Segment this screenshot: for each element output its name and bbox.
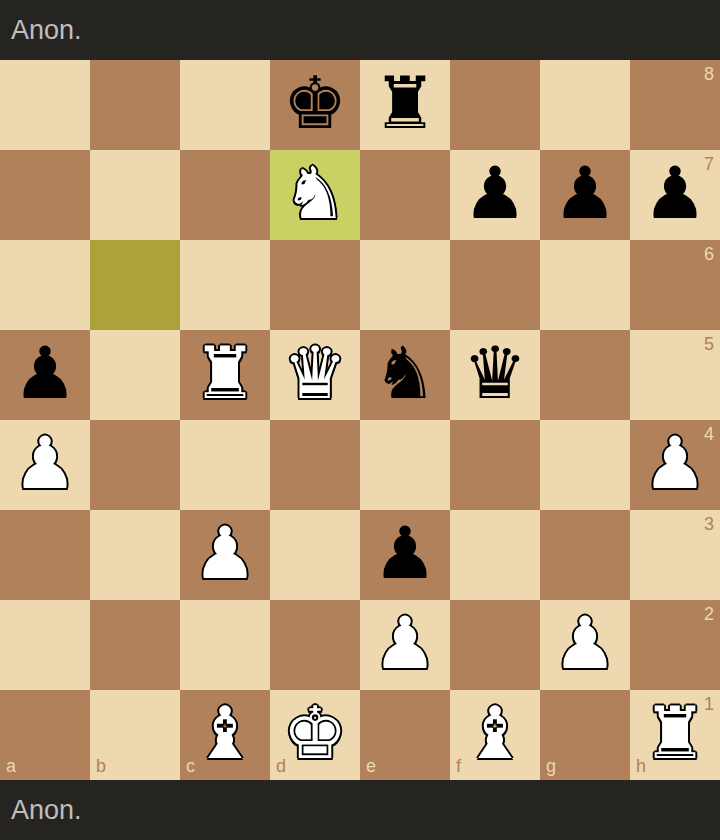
file-label-e: e	[366, 756, 376, 777]
square-f8[interactable]	[450, 60, 540, 150]
square-d1[interactable]: ♚d	[270, 690, 360, 780]
rank-label-2: 2	[704, 604, 714, 625]
square-e1[interactable]: e	[360, 690, 450, 780]
square-f2[interactable]	[450, 600, 540, 690]
square-e2[interactable]: ♟	[360, 600, 450, 690]
square-g2[interactable]: ♟	[540, 600, 630, 690]
square-h3[interactable]: 3	[630, 510, 720, 600]
square-c5[interactable]: ♜	[180, 330, 270, 420]
top-player-bar: Anon.	[0, 0, 720, 60]
piece-white-pawn[interactable]: ♟	[180, 510, 270, 600]
square-e4[interactable]	[360, 420, 450, 510]
square-a6[interactable]	[0, 240, 90, 330]
square-h1[interactable]: ♜1h	[630, 690, 720, 780]
square-f3[interactable]	[450, 510, 540, 600]
piece-black-pawn[interactable]: ♟	[540, 150, 630, 240]
square-b2[interactable]	[90, 600, 180, 690]
file-label-a: a	[6, 756, 16, 777]
square-d2[interactable]	[270, 600, 360, 690]
square-d8[interactable]: ♚	[270, 60, 360, 150]
square-f7[interactable]: ♟	[450, 150, 540, 240]
rank-label-3: 3	[704, 514, 714, 535]
piece-black-knight[interactable]: ♞	[360, 330, 450, 420]
square-f6[interactable]	[450, 240, 540, 330]
square-h8[interactable]: 8	[630, 60, 720, 150]
square-d4[interactable]	[270, 420, 360, 510]
square-h2[interactable]: 2	[630, 600, 720, 690]
square-b3[interactable]	[90, 510, 180, 600]
square-c6[interactable]	[180, 240, 270, 330]
piece-white-rook[interactable]: ♜	[630, 690, 720, 780]
piece-white-bishop[interactable]: ♝	[180, 690, 270, 780]
square-f5[interactable]: ♛	[450, 330, 540, 420]
bottom-player-bar: Anon.	[0, 780, 720, 840]
square-e6[interactable]	[360, 240, 450, 330]
square-b6[interactable]	[90, 240, 180, 330]
square-h4[interactable]: ♟4	[630, 420, 720, 510]
square-g5[interactable]	[540, 330, 630, 420]
square-g3[interactable]	[540, 510, 630, 600]
top-player-name: Anon.	[11, 17, 82, 44]
square-f1[interactable]: ♝f	[450, 690, 540, 780]
square-c2[interactable]	[180, 600, 270, 690]
piece-white-bishop[interactable]: ♝	[450, 690, 540, 780]
square-h7[interactable]: ♟7	[630, 150, 720, 240]
piece-white-pawn[interactable]: ♟	[630, 420, 720, 510]
square-e7[interactable]	[360, 150, 450, 240]
square-a1[interactable]: a	[0, 690, 90, 780]
file-label-b: b	[96, 756, 106, 777]
piece-white-queen[interactable]: ♛	[270, 330, 360, 420]
bottom-player-name: Anon.	[11, 797, 82, 824]
square-c7[interactable]	[180, 150, 270, 240]
piece-black-pawn[interactable]: ♟	[630, 150, 720, 240]
square-g6[interactable]	[540, 240, 630, 330]
square-b8[interactable]	[90, 60, 180, 150]
square-a7[interactable]	[0, 150, 90, 240]
piece-black-pawn[interactable]: ♟	[450, 150, 540, 240]
square-d7[interactable]: ♞	[270, 150, 360, 240]
square-b5[interactable]	[90, 330, 180, 420]
square-c3[interactable]: ♟	[180, 510, 270, 600]
piece-black-pawn[interactable]: ♟	[0, 330, 90, 420]
square-a3[interactable]	[0, 510, 90, 600]
piece-black-pawn[interactable]: ♟	[360, 510, 450, 600]
piece-white-king[interactable]: ♚	[270, 690, 360, 780]
square-b4[interactable]	[90, 420, 180, 510]
piece-white-rook[interactable]: ♜	[180, 330, 270, 420]
square-d6[interactable]	[270, 240, 360, 330]
piece-black-king[interactable]: ♚	[270, 60, 360, 150]
square-h6[interactable]: 6	[630, 240, 720, 330]
piece-black-queen[interactable]: ♛	[450, 330, 540, 420]
square-a5[interactable]: ♟	[0, 330, 90, 420]
square-c1[interactable]: ♝c	[180, 690, 270, 780]
square-g4[interactable]	[540, 420, 630, 510]
square-f4[interactable]	[450, 420, 540, 510]
rank-label-6: 6	[704, 244, 714, 265]
rank-label-5: 5	[704, 334, 714, 355]
piece-white-knight[interactable]: ♞	[270, 150, 360, 240]
square-d5[interactable]: ♛	[270, 330, 360, 420]
square-e5[interactable]: ♞	[360, 330, 450, 420]
square-b1[interactable]: b	[90, 690, 180, 780]
square-d3[interactable]	[270, 510, 360, 600]
square-h5[interactable]: 5	[630, 330, 720, 420]
piece-white-pawn[interactable]: ♟	[360, 600, 450, 690]
square-g7[interactable]: ♟	[540, 150, 630, 240]
rank-label-8: 8	[704, 64, 714, 85]
square-a8[interactable]	[0, 60, 90, 150]
square-a4[interactable]: ♟	[0, 420, 90, 510]
piece-white-pawn[interactable]: ♟	[540, 600, 630, 690]
square-e3[interactable]: ♟	[360, 510, 450, 600]
file-label-g: g	[546, 756, 556, 777]
square-c8[interactable]	[180, 60, 270, 150]
chess-board: ♚♜8♞♟♟♟76♟♜♛♞♛5♟♟4♟♟3♟♟2ab♝c♚de♝fg♜1h	[0, 60, 720, 780]
piece-black-rook[interactable]: ♜	[360, 60, 450, 150]
square-g1[interactable]: g	[540, 690, 630, 780]
square-b7[interactable]	[90, 150, 180, 240]
square-c4[interactable]	[180, 420, 270, 510]
piece-white-pawn[interactable]: ♟	[0, 420, 90, 510]
square-e8[interactable]: ♜	[360, 60, 450, 150]
square-a2[interactable]	[0, 600, 90, 690]
square-g8[interactable]	[540, 60, 630, 150]
